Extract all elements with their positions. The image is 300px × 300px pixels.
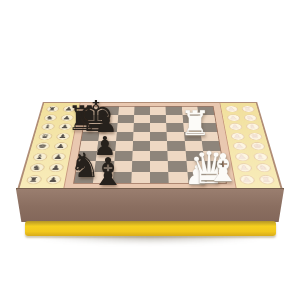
square-b2 — [95, 161, 114, 172]
tray-white-pawn-icon: ♟ — [236, 163, 252, 172]
square-a4 — [80, 141, 99, 151]
tray-white-bishop-icon: ♝ — [252, 153, 268, 161]
tray-black-bishop-icon: ♝ — [32, 153, 48, 161]
square-e7 — [150, 115, 166, 123]
tray-black-pawn-icon: ♟ — [60, 114, 74, 121]
square-b4 — [97, 141, 115, 151]
square-h3 — [203, 151, 222, 161]
tray-black-pawn-icon: ♟ — [62, 106, 76, 113]
square-g8 — [181, 107, 198, 115]
square-g2 — [186, 161, 205, 172]
square-d6 — [133, 123, 150, 132]
square-h6 — [199, 123, 217, 132]
square-e3 — [150, 151, 168, 161]
square-f7 — [166, 115, 183, 123]
tray-black-pawn-icon: ♟ — [50, 153, 66, 161]
chess-set-product-photo: ♜♟♞♟♝♟♛♟♚♟♝♟♞♟♜♟ ♟♜♟♞♟♝♟♛♟♚♟♝♟♞♟♜ ♜♚♟♟♞♝… — [0, 0, 300, 300]
tray-black-pawn-icon: ♟ — [53, 142, 68, 150]
square-f1 — [168, 172, 187, 183]
square-d4 — [132, 141, 150, 151]
tray-black-pawn-icon: ♟ — [45, 175, 62, 184]
tray-white-rook-icon: ♜ — [241, 106, 255, 113]
square-c6 — [116, 123, 133, 132]
tray-black-queen-icon: ♛ — [37, 133, 52, 140]
square-d3 — [132, 151, 150, 161]
tray-white-pawn-icon: ♟ — [228, 123, 242, 130]
square-e6 — [150, 123, 167, 132]
tray-black-rook-icon: ♜ — [45, 106, 59, 113]
square-h8 — [197, 107, 214, 115]
tray-white-pawn-icon: ♟ — [226, 114, 240, 121]
tray-white-pawn-icon: ♟ — [225, 106, 239, 113]
square-a5 — [81, 132, 99, 141]
square-e2 — [150, 161, 168, 172]
square-g4 — [184, 141, 202, 151]
square-e5 — [150, 132, 167, 141]
square-c5 — [116, 132, 134, 141]
box-top-surface: ♜♟♞♟♝♟♛♟♚♟♝♟♞♟♜♟ ♟♜♟♞♟♝♟♛♟♚♟♝♟♞♟♜ — [17, 102, 283, 190]
tray-white-bishop-icon: ♝ — [245, 123, 260, 130]
tray-white-rook-icon: ♜ — [258, 175, 275, 184]
square-f8 — [166, 107, 182, 115]
box-front-side — [16, 189, 284, 222]
square-d2 — [132, 161, 150, 172]
square-f3 — [168, 151, 186, 161]
tray-black-king-icon: ♚ — [35, 142, 51, 150]
tray-white-queen-icon: ♛ — [247, 133, 262, 140]
square-b5 — [98, 132, 116, 141]
square-d5 — [133, 132, 150, 141]
tray-black-knight-icon: ♞ — [28, 163, 45, 172]
square-h1 — [205, 172, 225, 183]
square-b3 — [96, 151, 115, 161]
tray-white-pawn-icon: ♟ — [238, 175, 255, 184]
square-d7 — [134, 115, 150, 123]
square-c4 — [115, 141, 133, 151]
square-a7 — [84, 115, 101, 123]
square-a3 — [78, 151, 97, 161]
square-g1 — [187, 172, 207, 183]
square-c7 — [117, 115, 134, 123]
tray-white-pawn-icon: ♟ — [232, 142, 247, 150]
square-b7 — [101, 115, 118, 123]
tray-black-rook-icon: ♜ — [25, 175, 42, 184]
tray-white-pawn-icon: ♟ — [230, 133, 245, 140]
square-h7 — [198, 115, 215, 123]
square-f5 — [167, 132, 185, 141]
square-e1 — [150, 172, 169, 183]
square-a1 — [74, 172, 94, 183]
square-g6 — [183, 123, 201, 132]
tray-black-bishop-icon: ♝ — [40, 123, 55, 130]
square-c1 — [112, 172, 131, 183]
tray-white-king-icon: ♚ — [250, 142, 266, 150]
square-h4 — [202, 141, 221, 151]
tray-black-pawn-icon: ♟ — [57, 123, 71, 130]
square-b1 — [93, 172, 113, 183]
yellow-storage-drawer — [25, 221, 276, 236]
square-a6 — [83, 123, 101, 132]
board-frame — [63, 103, 237, 189]
tray-white-knight-icon: ♞ — [243, 114, 257, 121]
square-b6 — [100, 123, 118, 132]
square-d1 — [131, 172, 150, 183]
square-d8 — [134, 107, 150, 115]
square-e4 — [150, 141, 168, 151]
square-a8 — [86, 107, 103, 115]
square-f2 — [168, 161, 187, 172]
square-a2 — [76, 161, 96, 172]
tray-white-pawn-icon: ♟ — [234, 153, 250, 161]
chess-board — [73, 106, 227, 183]
square-h5 — [200, 132, 218, 141]
square-c3 — [114, 151, 132, 161]
tray-black-pawn-icon: ♟ — [55, 133, 70, 140]
square-e8 — [150, 107, 166, 115]
square-g5 — [184, 132, 202, 141]
square-f4 — [167, 141, 185, 151]
square-b8 — [102, 107, 119, 115]
square-g7 — [182, 115, 199, 123]
square-f6 — [166, 123, 183, 132]
tray-black-knight-icon: ♞ — [43, 114, 57, 121]
square-c2 — [113, 161, 132, 172]
tray-white-knight-icon: ♞ — [255, 163, 272, 172]
tray-black-pawn-icon: ♟ — [48, 163, 64, 172]
square-g3 — [185, 151, 204, 161]
square-h2 — [204, 161, 224, 172]
square-c8 — [118, 107, 134, 115]
